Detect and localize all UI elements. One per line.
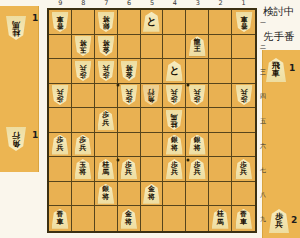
piece-kanji: 兵: [102, 63, 109, 71]
piece-kanji: 兵: [194, 88, 201, 96]
shogi-piece-歩兵-sente[interactable]: 歩兵: [51, 135, 68, 155]
board-cell-5-2[interactable]: [141, 35, 164, 60]
shogi-piece-香車-gote[interactable]: 香車: [51, 12, 68, 32]
piece-kanji: 桂: [171, 120, 178, 128]
piece-kanji: 兵: [102, 120, 109, 128]
piece-kanji: 将: [148, 194, 155, 202]
board-cell-5-6[interactable]: [141, 133, 164, 158]
hoshi-dot: [117, 159, 120, 162]
shogi-piece-金将-gote[interactable]: 金将: [120, 61, 137, 81]
piece-kanji: 兵: [171, 88, 178, 96]
shogi-piece-と-sente[interactable]: と: [143, 12, 160, 32]
board-cell-8-6[interactable]: 歩兵: [72, 133, 95, 158]
board-cell-1-6[interactable]: [232, 133, 255, 158]
board-cell-8-7[interactable]: 玉将: [72, 157, 95, 182]
shogi-piece-金将-gote[interactable]: 金将: [97, 36, 114, 56]
rank-label-7: 七: [259, 166, 267, 173]
rank-label-9: 九: [259, 215, 267, 222]
board-cell-8-9[interactable]: [72, 206, 95, 231]
board-cell-2-9[interactable]: 桂馬: [209, 206, 232, 231]
piece-kanji: 歩: [79, 71, 86, 79]
hoshi-dot: [117, 84, 120, 87]
piece-kanji: 車: [56, 14, 63, 22]
shogi-piece-歩兵-gote[interactable]: 歩兵: [51, 85, 68, 105]
board-cell-1-3[interactable]: [232, 59, 255, 84]
turn-indicator-label: 先手番: [263, 30, 299, 44]
file-label-4: 4: [173, 0, 177, 7]
shogi-piece-桂馬-sente[interactable]: 桂馬: [212, 209, 229, 229]
hand-count-飛車: 1: [289, 63, 295, 73]
rank-label-6: 六: [259, 142, 267, 149]
piece-kanji: 車: [240, 219, 247, 227]
piece-kanji: 歩: [240, 95, 247, 103]
board-cell-5-8[interactable]: 金将: [141, 182, 164, 207]
piece-kanji: 兵: [240, 169, 247, 177]
shogi-piece-歩兵-sente[interactable]: 歩兵: [97, 110, 114, 130]
board-cell-7-7[interactable]: 桂馬: [95, 157, 118, 182]
board-cell-4-2[interactable]: [163, 35, 186, 60]
hoshi-dot: [187, 84, 190, 87]
rank-label-5: 五: [259, 117, 267, 124]
board-cell-7-5[interactable]: 歩兵: [95, 108, 118, 133]
piece-kanji: 兵: [194, 169, 201, 177]
piece-kanji: 兵: [56, 145, 63, 153]
file-label-6: 6: [127, 0, 131, 7]
piece-kanji: 将: [79, 39, 86, 47]
board-cell-5-9[interactable]: [141, 206, 164, 231]
board-cell-1-7[interactable]: 歩兵: [232, 157, 255, 182]
piece-kanji: 将: [102, 39, 109, 47]
board-cell-8-3[interactable]: 歩兵: [72, 59, 95, 84]
shogi-piece-銀将-gote[interactable]: 銀将: [97, 12, 114, 32]
piece-kanji: 将: [125, 63, 132, 71]
file-label-2: 2: [219, 0, 223, 7]
piece-kanji: と: [169, 65, 179, 76]
board-cell-8-8[interactable]: [72, 182, 95, 207]
piece-kanji: 将: [125, 219, 132, 227]
rank-label-4: 四: [259, 92, 267, 99]
board-cell-5-4[interactable]: 角行: [141, 84, 164, 109]
piece-kanji: と: [146, 16, 156, 27]
shogi-board[interactable]: 香車銀将と香車玉将金将龍王歩兵歩兵金将と歩兵歩兵角行歩兵歩兵歩兵歩兵桂馬歩兵歩兵…: [47, 8, 257, 233]
shogi-piece-歩兵-gote[interactable]: 歩兵: [189, 85, 206, 105]
board-cell-3-6[interactable]: 銀将: [186, 133, 209, 158]
piece-kanji: 歩: [171, 95, 178, 103]
board-cell-9-8[interactable]: [49, 182, 72, 207]
shogi-piece-玉将-sente[interactable]: 玉将: [74, 159, 91, 179]
file-label-8: 8: [81, 0, 85, 7]
board-cell-3-1[interactable]: [186, 10, 209, 35]
board-cell-6-5[interactable]: [118, 108, 141, 133]
board-cell-6-8[interactable]: [118, 182, 141, 207]
rank-label-3: 三: [259, 68, 267, 75]
board-cell-3-3[interactable]: [186, 59, 209, 84]
piece-kanji: 歩: [125, 95, 132, 103]
board-cell-8-1[interactable]: [72, 10, 95, 35]
shogi-piece-銀将-sente[interactable]: 銀将: [189, 135, 206, 155]
piece-kanji: 将: [171, 145, 178, 153]
board-cell-9-7[interactable]: [49, 157, 72, 182]
board-cell-5-7[interactable]: [141, 157, 164, 182]
board-cell-9-2[interactable]: [49, 35, 72, 60]
board-cell-7-4[interactable]: [95, 84, 118, 109]
board-cell-4-8[interactable]: [163, 182, 186, 207]
piece-kanji: 馬: [217, 219, 224, 227]
board-cell-7-9[interactable]: [95, 206, 118, 231]
shogi-piece-香車-sente[interactable]: 香車: [51, 209, 68, 229]
board-cell-1-8[interactable]: [232, 182, 255, 207]
rank-label-2: 二: [259, 43, 267, 50]
file-label-1: 1: [241, 0, 245, 7]
shogi-piece-玉将-gote[interactable]: 玉将: [74, 36, 91, 56]
shogi-app-window: 検討中 先手番 香車銀将と香車玉将金将龍王歩兵歩兵金将と歩兵歩兵角行歩兵歩兵歩兵…: [0, 0, 300, 238]
board-cell-6-7[interactable]: 歩兵: [118, 157, 141, 182]
board-cell-8-4[interactable]: [72, 84, 95, 109]
board-cell-4-9[interactable]: [163, 206, 186, 231]
board-cell-5-1[interactable]: と: [141, 10, 164, 35]
rank-label-1: 一: [259, 19, 267, 26]
hoshi-dot: [187, 159, 190, 162]
board-cell-9-4[interactable]: 歩兵: [49, 84, 72, 109]
board-cell-4-3[interactable]: と: [163, 59, 186, 84]
rank-label-8: 八: [259, 191, 267, 198]
piece-kanji: 兵: [171, 169, 178, 177]
board-cell-7-6[interactable]: [95, 133, 118, 158]
board-cell-3-4[interactable]: 歩兵: [186, 84, 209, 109]
shogi-piece-桂馬-sente[interactable]: 桂馬: [97, 159, 114, 179]
board-cell-1-5[interactable]: [232, 108, 255, 133]
board-cell-9-3[interactable]: [49, 59, 72, 84]
shogi-piece-金将-sente[interactable]: 金将: [120, 209, 137, 229]
board-cell-9-9[interactable]: 香車: [49, 206, 72, 231]
shogi-piece-香車-sente[interactable]: 香車: [235, 209, 252, 229]
board-cell-3-9[interactable]: [186, 206, 209, 231]
piece-kanji: 行: [148, 88, 155, 96]
piece-kanji: 兵: [79, 63, 86, 71]
shogi-piece-と-sente[interactable]: と: [166, 61, 183, 81]
board-cell-7-2[interactable]: 金将: [95, 35, 118, 60]
board-cell-6-9[interactable]: 金将: [118, 206, 141, 231]
board-cell-6-6[interactable]: [118, 133, 141, 158]
board-cell-3-8[interactable]: [186, 182, 209, 207]
board-cell-2-4[interactable]: [209, 84, 232, 109]
board-cell-4-1[interactable]: [163, 10, 186, 35]
board-cell-2-7[interactable]: [209, 157, 232, 182]
piece-kanji: 馬: [102, 169, 109, 177]
board-cell-2-5[interactable]: [209, 108, 232, 133]
board-cell-5-5[interactable]: [141, 108, 164, 133]
piece-kanji: 兵: [275, 221, 283, 230]
board-cell-3-7[interactable]: 歩兵: [186, 157, 209, 182]
board-cell-6-1[interactable]: [118, 10, 141, 35]
shogi-piece-歩兵-gote[interactable]: 歩兵: [120, 85, 137, 105]
file-label-9: 9: [58, 0, 62, 7]
shogi-piece-龍王-sente[interactable]: 龍王: [189, 36, 206, 56]
shogi-piece-歩兵-sente[interactable]: 歩兵: [166, 159, 183, 179]
board-cell-4-4[interactable]: 歩兵: [163, 84, 186, 109]
piece-kanji: 車: [240, 14, 247, 22]
piece-kanji: 馬: [12, 20, 20, 29]
shogi-piece-桂馬-gote[interactable]: 桂馬: [166, 110, 183, 130]
board-cell-1-4[interactable]: 歩兵: [232, 84, 255, 109]
piece-kanji: 桂: [12, 28, 20, 37]
hand-count-角行: 1: [32, 130, 38, 140]
file-label-3: 3: [196, 0, 200, 7]
board-cell-4-5[interactable]: 桂馬: [163, 108, 186, 133]
piece-kanji: 兵: [56, 88, 63, 96]
piece-kanji: 角: [12, 139, 20, 148]
piece-kanji: 兵: [125, 169, 132, 177]
shogi-piece-歩兵-gote[interactable]: 歩兵: [74, 61, 91, 81]
shogi-piece-歩兵-gote[interactable]: 歩兵: [235, 85, 252, 105]
piece-kanji: 将: [102, 14, 109, 22]
shogi-piece-金将-sente[interactable]: 金将: [143, 184, 160, 204]
board-cell-2-1[interactable]: [209, 10, 232, 35]
piece-kanji: 金: [125, 71, 132, 79]
board-cell-2-6[interactable]: [209, 133, 232, 158]
board-cell-3-2[interactable]: 龍王: [186, 35, 209, 60]
shogi-piece-香車-gote[interactable]: 香車: [235, 12, 252, 32]
board-cell-6-4[interactable]: 歩兵: [118, 84, 141, 109]
board-cell-2-3[interactable]: [209, 59, 232, 84]
board-cell-1-9[interactable]: 香車: [232, 206, 255, 231]
shogi-piece-歩兵-sente[interactable]: 歩兵: [235, 159, 252, 179]
piece-kanji: 車: [56, 219, 63, 227]
shogi-piece-歩兵-sente[interactable]: 歩兵: [74, 135, 91, 155]
shogi-piece-歩兵-gote[interactable]: 歩兵: [166, 85, 183, 105]
file-label-7: 7: [104, 0, 108, 7]
piece-kanji: 将: [102, 194, 109, 202]
shogi-piece-歩兵-sente[interactable]: 歩兵: [120, 159, 137, 179]
piece-kanji: 王: [194, 46, 201, 54]
board-cell-3-5[interactable]: [186, 108, 209, 133]
piece-kanji: 玉: [79, 46, 86, 54]
shogi-piece-歩兵-sente[interactable]: 歩兵: [189, 159, 206, 179]
board-cell-9-6[interactable]: 歩兵: [49, 133, 72, 158]
hand-count-歩兵: 2: [291, 215, 297, 225]
board-cell-7-8[interactable]: 銀将: [95, 182, 118, 207]
board-cell-7-3[interactable]: 歩兵: [95, 59, 118, 84]
board-cell-1-2[interactable]: [232, 35, 255, 60]
shogi-piece-銀将-sente[interactable]: 銀将: [166, 135, 183, 155]
board-cell-1-1[interactable]: 香車: [232, 10, 255, 35]
piece-kanji: 馬: [171, 112, 178, 120]
piece-kanji: 金: [102, 46, 109, 54]
board-cell-7-1[interactable]: 銀将: [95, 10, 118, 35]
board-cell-9-5[interactable]: [49, 108, 72, 133]
piece-kanji: 兵: [125, 88, 132, 96]
piece-kanji: 将: [79, 169, 86, 177]
shogi-piece-銀将-sente[interactable]: 銀将: [97, 184, 114, 204]
board-cell-4-6[interactable]: 銀将: [163, 133, 186, 158]
board-cell-2-2[interactable]: [209, 35, 232, 60]
piece-kanji: 歩: [102, 71, 109, 79]
board-cell-8-2[interactable]: 玉将: [72, 35, 95, 60]
board-cell-8-5[interactable]: [72, 108, 95, 133]
shogi-piece-角行-gote[interactable]: 角行: [143, 85, 160, 105]
hand-count-桂馬: 1: [32, 13, 38, 23]
piece-kanji: 歩: [56, 95, 63, 103]
shogi-piece-歩兵-gote[interactable]: 歩兵: [97, 61, 114, 81]
piece-kanji: 行: [12, 131, 20, 140]
board-cell-2-8[interactable]: [209, 182, 232, 207]
board-cell-6-3[interactable]: 金将: [118, 59, 141, 84]
file-label-5: 5: [150, 0, 154, 7]
piece-kanji: 兵: [240, 88, 247, 96]
piece-kanji: 角: [148, 95, 155, 103]
analysis-status-label: 検討中: [263, 5, 299, 19]
board-cell-9-1[interactable]: 香車: [49, 10, 72, 35]
piece-kanji: 将: [194, 145, 201, 153]
board-cell-5-3[interactable]: [141, 59, 164, 84]
piece-kanji: 兵: [79, 145, 86, 153]
piece-kanji: 歩: [194, 95, 201, 103]
board-cell-4-7[interactable]: 歩兵: [163, 157, 186, 182]
piece-kanji: 車: [272, 70, 280, 79]
board-cell-6-2[interactable]: [118, 35, 141, 60]
